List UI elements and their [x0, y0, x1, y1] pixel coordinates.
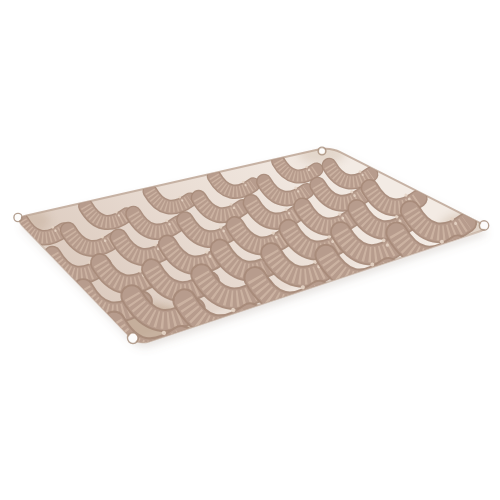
corner-hole [319, 148, 325, 154]
product-photo [0, 0, 500, 500]
baking-mold-illustration [0, 0, 500, 500]
corner-hole [129, 334, 138, 343]
corner-hole [480, 222, 487, 229]
corner-hole [15, 215, 21, 221]
